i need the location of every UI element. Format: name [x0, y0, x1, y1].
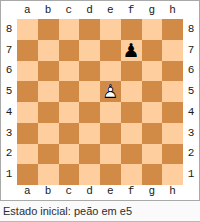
square-c7 — [59, 40, 80, 61]
square-c3 — [59, 123, 80, 144]
square-f3 — [121, 123, 142, 144]
square-d3 — [79, 123, 100, 144]
file-label-b: b — [38, 185, 59, 198]
square-b6 — [38, 61, 59, 82]
file-label-a: a — [17, 1, 38, 19]
square-a5 — [17, 81, 38, 102]
square-a7 — [17, 40, 38, 61]
square-f5 — [121, 81, 142, 102]
square-f1 — [121, 164, 142, 185]
rank-label-3: 3 — [1, 123, 17, 144]
square-h3 — [162, 123, 183, 144]
file-label-a: a — [17, 185, 38, 198]
square-h1 — [162, 164, 183, 185]
square-f2 — [121, 144, 142, 165]
rank-labels-right: 87654321 — [183, 19, 199, 185]
square-h5 — [162, 81, 183, 102]
rank-label-8: 8 — [183, 19, 199, 40]
rank-label-2: 2 — [1, 144, 17, 165]
rank-label-1: 1 — [183, 164, 199, 185]
square-c2 — [59, 144, 80, 165]
square-g4 — [142, 102, 163, 123]
square-a2 — [17, 144, 38, 165]
file-label-g: g — [142, 1, 163, 19]
square-c1 — [59, 164, 80, 185]
chess-board: ♟♟♙ — [17, 19, 183, 185]
square-b1 — [38, 164, 59, 185]
square-h8 — [162, 19, 183, 40]
rank-label-7: 7 — [183, 40, 199, 61]
rank-label-3: 3 — [183, 123, 199, 144]
file-label-b: b — [38, 1, 59, 19]
rank-label-4: 4 — [1, 102, 17, 123]
square-f4 — [121, 102, 142, 123]
square-f8 — [121, 19, 142, 40]
rank-label-8: 8 — [1, 19, 17, 40]
square-b5 — [38, 81, 59, 102]
file-label-c: c — [59, 185, 80, 198]
square-b4 — [38, 102, 59, 123]
square-a6 — [17, 61, 38, 82]
square-a3 — [17, 123, 38, 144]
square-c8 — [59, 19, 80, 40]
diagram-caption: Estado inicial: peão em e5 — [0, 201, 200, 221]
square-h7 — [162, 40, 183, 61]
rank-label-5: 5 — [183, 81, 199, 102]
square-g8 — [142, 19, 163, 40]
file-label-h: h — [162, 185, 183, 198]
square-g6 — [142, 61, 163, 82]
file-label-d: d — [79, 1, 100, 19]
square-g1 — [142, 164, 163, 185]
square-e2 — [100, 144, 121, 165]
square-d6 — [79, 61, 100, 82]
rank-label-5: 5 — [1, 81, 17, 102]
square-c5 — [59, 81, 80, 102]
square-b3 — [38, 123, 59, 144]
square-f7: ♟ — [121, 40, 142, 61]
square-f6 — [121, 61, 142, 82]
square-d4 — [79, 102, 100, 123]
square-b7 — [38, 40, 59, 61]
square-g3 — [142, 123, 163, 144]
file-labels-top: abcdefgh — [1, 1, 199, 19]
square-g7 — [142, 40, 163, 61]
file-label-h: h — [162, 1, 183, 19]
board-frame: abcdefgh 87654321 ♟♟♙ 87654321 abcdefgh — [0, 0, 200, 201]
chess-diagram-thumbnail: abcdefgh 87654321 ♟♟♙ 87654321 abcdefgh … — [0, 0, 200, 222]
rank-label-2: 2 — [183, 144, 199, 165]
rank-labels-left: 87654321 — [1, 19, 17, 185]
square-a4 — [17, 102, 38, 123]
square-e3 — [100, 123, 121, 144]
square-b2 — [38, 144, 59, 165]
square-e7 — [100, 40, 121, 61]
square-e1 — [100, 164, 121, 185]
file-label-f: f — [121, 185, 142, 198]
file-label-g: g — [142, 185, 163, 198]
caption-text: Estado inicial: peão em e5 — [3, 205, 132, 217]
square-d1 — [79, 164, 100, 185]
file-label-f: f — [121, 1, 142, 19]
rank-label-4: 4 — [183, 102, 199, 123]
square-a8 — [17, 19, 38, 40]
file-labels-bottom: abcdefgh — [1, 185, 199, 198]
square-h4 — [162, 102, 183, 123]
square-g2 — [142, 144, 163, 165]
square-e6 — [100, 61, 121, 82]
square-c4 — [59, 102, 80, 123]
square-d7 — [79, 40, 100, 61]
square-b8 — [38, 19, 59, 40]
white-pawn: ♙ — [100, 81, 121, 102]
board-band: 87654321 ♟♟♙ 87654321 — [1, 19, 199, 185]
square-g5 — [142, 81, 163, 102]
file-label-c: c — [59, 1, 80, 19]
square-h6 — [162, 61, 183, 82]
square-a1 — [17, 164, 38, 185]
file-label-e: e — [100, 1, 121, 19]
rank-label-6: 6 — [183, 61, 199, 82]
rank-label-7: 7 — [1, 40, 17, 61]
rank-label-1: 1 — [1, 164, 17, 185]
square-c6 — [59, 61, 80, 82]
square-d8 — [79, 19, 100, 40]
square-h2 — [162, 144, 183, 165]
square-e4 — [100, 102, 121, 123]
file-label-e: e — [100, 185, 121, 198]
black-pawn: ♟ — [121, 40, 142, 61]
square-d5 — [79, 81, 100, 102]
square-e5: ♟♙ — [100, 81, 121, 102]
file-label-d: d — [79, 185, 100, 198]
square-d2 — [79, 144, 100, 165]
rank-label-6: 6 — [1, 61, 17, 82]
square-e8 — [100, 19, 121, 40]
